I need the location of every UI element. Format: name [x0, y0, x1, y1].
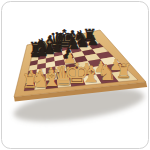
piece-white-r-h1[interactable]: ♜ [115, 60, 132, 82]
piece-white-n-g1[interactable]: ♞ [97, 60, 116, 85]
piece-black-p-h7[interactable]: ♟ [87, 32, 99, 48]
chess-board[interactable]: ♜♞♝♛♚♝♞♜♟♟♟♟♟♟♟♟♟♟♟♟♟♟♟♟♜♞♝♛♚♝♞♜ [0, 0, 150, 150]
chess-set-product-photo: ♜♞♝♛♚♝♞♜♟♟♟♟♟♟♟♟♟♟♟♟♟♟♟♟♜♞♝♛♚♝♞♜ [0, 0, 150, 150]
